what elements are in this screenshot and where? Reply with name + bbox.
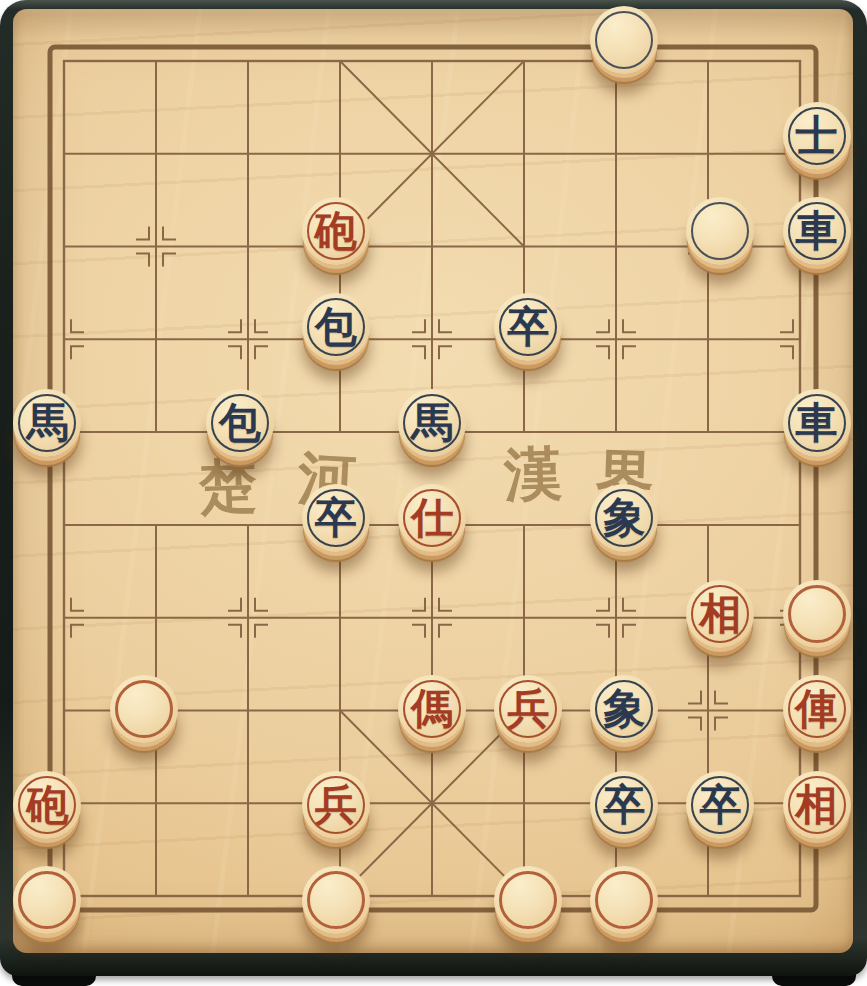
- piece-black-chariot[interactable]: 車: [783, 389, 851, 457]
- river-char-han: 漢: [503, 444, 563, 504]
- piece-ring: [307, 202, 365, 260]
- piece-ring: [499, 871, 557, 929]
- river-char-chu: 楚: [198, 456, 258, 516]
- piece-ring: [403, 489, 461, 547]
- piece-ring: [691, 776, 749, 834]
- piece-ring: [691, 202, 749, 260]
- piece-ring: [115, 680, 173, 738]
- piece-ring: [788, 394, 846, 452]
- piece-red-cannon[interactable]: 砲: [13, 771, 81, 839]
- piece-ring: [18, 871, 76, 929]
- piece-ring: [788, 680, 846, 738]
- piece-ring: [18, 394, 76, 452]
- piece-red-elephant[interactable]: 相: [686, 580, 754, 648]
- piece-black-cannon[interactable]: 包: [206, 389, 274, 457]
- piece-ring: [403, 394, 461, 452]
- piece-black-horse[interactable]: 馬: [398, 389, 466, 457]
- piece-ring: [307, 776, 365, 834]
- piece-ring: [595, 871, 653, 929]
- piece-ring: [788, 585, 846, 643]
- piece-red-advisor[interactable]: 仕: [398, 484, 466, 552]
- piece-ring: [211, 394, 269, 452]
- piece-ring: [595, 776, 653, 834]
- piece-red-chariot[interactable]: 俥: [783, 675, 851, 743]
- piece-ring: [18, 776, 76, 834]
- piece-red-horse[interactable]: 傌: [398, 675, 466, 743]
- piece-ring: [595, 11, 653, 69]
- piece-black-pawn[interactable]: 卒: [494, 293, 562, 361]
- piece-ring: [307, 489, 365, 547]
- piece-red-pawn[interactable]: 兵: [494, 675, 562, 743]
- xiangqi-board-screenshot: 楚 河 漢 界 士砲車包卒馬包馬車卒仕象相傌兵象俥砲兵卒卒相: [0, 0, 867, 986]
- piece-ring: [788, 776, 846, 834]
- piece-red-pawn[interactable]: 兵: [302, 771, 370, 839]
- piece-black-advisor[interactable]: 士: [783, 102, 851, 170]
- piece-black-elephant[interactable]: 象: [590, 484, 658, 552]
- piece-hidden-red[interactable]: [302, 866, 370, 934]
- piece-black-pawn[interactable]: 卒: [686, 771, 754, 839]
- piece-hidden-red[interactable]: [494, 866, 562, 934]
- piece-black-pawn[interactable]: 卒: [302, 484, 370, 552]
- piece-black-chariot[interactable]: 車: [783, 197, 851, 265]
- piece-black-horse[interactable]: 馬: [13, 389, 81, 457]
- piece-ring: [499, 298, 557, 356]
- piece-ring: [788, 107, 846, 165]
- piece-hidden-red[interactable]: [783, 580, 851, 648]
- piece-ring: [691, 585, 749, 643]
- piece-ring: [595, 489, 653, 547]
- piece-black-pawn[interactable]: 卒: [590, 771, 658, 839]
- piece-ring: [307, 871, 365, 929]
- piece-ring: [307, 298, 365, 356]
- piece-ring: [403, 680, 461, 738]
- piece-black-elephant[interactable]: 象: [590, 675, 658, 743]
- piece-ring: [788, 202, 846, 260]
- piece-hidden-red[interactable]: [110, 675, 178, 743]
- piece-ring: [499, 680, 557, 738]
- piece-red-elephant[interactable]: 相: [783, 771, 851, 839]
- piece-red-cannon[interactable]: 砲: [302, 197, 370, 265]
- piece-black-cannon[interactable]: 包: [302, 293, 370, 361]
